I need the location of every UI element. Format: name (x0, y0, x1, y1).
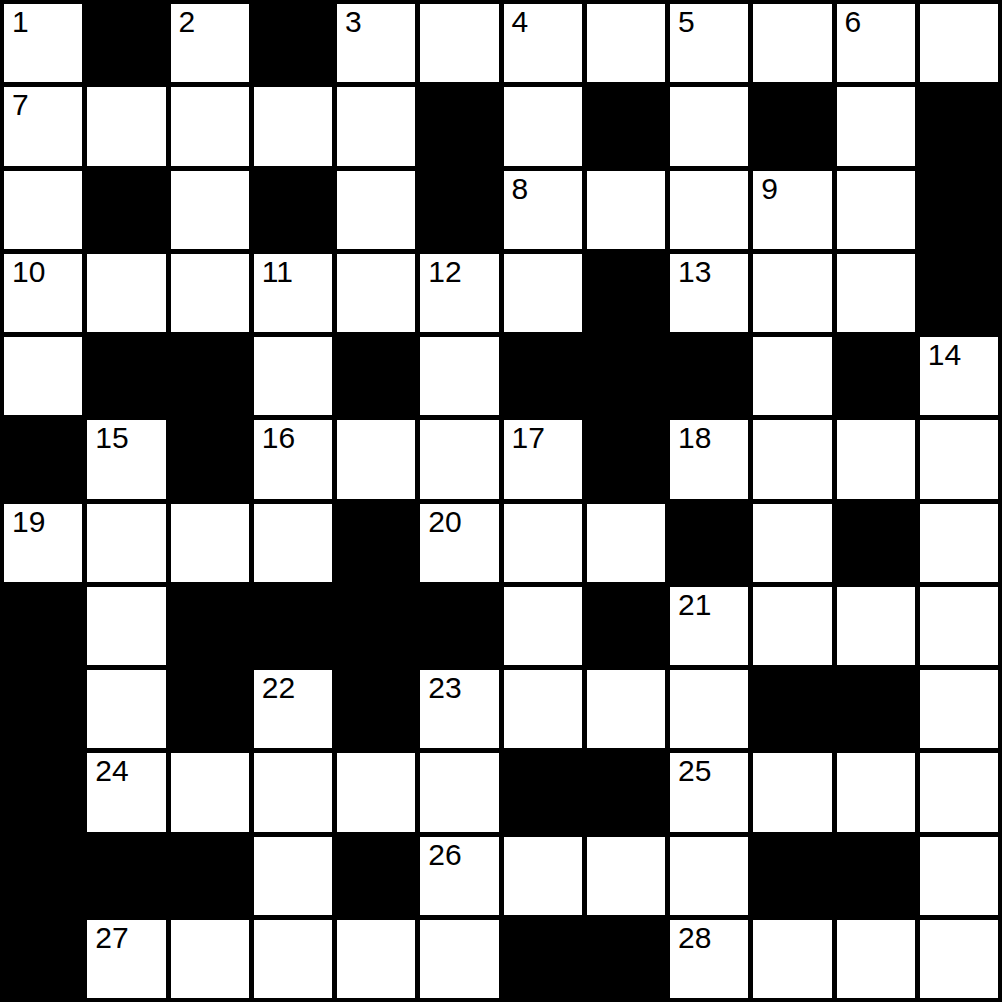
clue-number: 5 (678, 5, 695, 38)
white-cell[interactable] (504, 254, 582, 332)
clue-number: 26 (428, 838, 461, 871)
white-cell[interactable] (4, 171, 82, 249)
clue-number: 1 (12, 5, 29, 38)
white-cell[interactable] (587, 504, 665, 582)
white-cell[interactable] (420, 4, 498, 82)
clue-number: 7 (12, 88, 29, 121)
white-cell[interactable] (920, 670, 998, 748)
black-cell (587, 87, 665, 165)
white-cell[interactable] (504, 837, 582, 915)
clue-number: 10 (12, 255, 45, 288)
black-cell (254, 171, 332, 249)
black-cell (171, 670, 249, 748)
clue-number: 18 (678, 421, 711, 454)
white-cell[interactable] (87, 670, 165, 748)
white-cell[interactable] (254, 504, 332, 582)
white-cell[interactable] (920, 587, 998, 665)
white-cell[interactable] (753, 420, 831, 498)
white-cell[interactable] (920, 837, 998, 915)
white-cell[interactable] (420, 337, 498, 415)
black-cell (587, 337, 665, 415)
white-cell[interactable] (171, 254, 249, 332)
clue-number: 27 (95, 921, 128, 954)
white-cell[interactable] (670, 171, 748, 249)
black-cell (87, 337, 165, 415)
white-cell[interactable] (920, 504, 998, 582)
white-cell[interactable] (837, 254, 915, 332)
white-cell[interactable]: 10 (4, 254, 82, 332)
white-cell[interactable] (753, 504, 831, 582)
white-cell[interactable]: 14 (920, 337, 998, 415)
white-cell[interactable] (504, 670, 582, 748)
clue-number: 21 (678, 588, 711, 621)
black-cell (420, 87, 498, 165)
black-cell (337, 837, 415, 915)
white-cell[interactable]: 8 (504, 171, 582, 249)
white-cell[interactable]: 24 (87, 753, 165, 831)
clue-number: 14 (928, 338, 961, 371)
clue-number: 4 (512, 5, 529, 38)
white-cell[interactable] (171, 920, 249, 998)
clue-number: 11 (262, 255, 293, 288)
black-cell (171, 587, 249, 665)
white-cell[interactable] (587, 171, 665, 249)
black-cell (337, 504, 415, 582)
black-cell (4, 920, 82, 998)
black-cell (837, 670, 915, 748)
white-cell[interactable]: 6 (837, 4, 915, 82)
black-cell (920, 87, 998, 165)
black-cell (753, 87, 831, 165)
black-cell (337, 337, 415, 415)
white-cell[interactable] (920, 920, 998, 998)
white-cell[interactable]: 11 (254, 254, 332, 332)
white-cell[interactable] (337, 420, 415, 498)
clue-number: 15 (95, 421, 128, 454)
clue-number: 17 (512, 421, 545, 454)
white-cell[interactable]: 21 (670, 587, 748, 665)
clue-number: 9 (761, 172, 778, 205)
white-cell[interactable] (171, 504, 249, 582)
black-cell (87, 837, 165, 915)
white-cell[interactable] (254, 87, 332, 165)
white-cell[interactable] (87, 587, 165, 665)
white-cell[interactable] (837, 171, 915, 249)
white-cell[interactable] (587, 4, 665, 82)
white-cell[interactable]: 19 (4, 504, 82, 582)
black-cell (587, 920, 665, 998)
white-cell[interactable] (837, 753, 915, 831)
white-cell[interactable]: 20 (420, 504, 498, 582)
white-cell[interactable]: 12 (420, 254, 498, 332)
white-cell[interactable]: 26 (420, 837, 498, 915)
black-cell (837, 504, 915, 582)
white-cell[interactable]: 22 (254, 670, 332, 748)
white-cell[interactable]: 7 (4, 87, 82, 165)
white-cell[interactable] (920, 753, 998, 831)
clue-number: 22 (262, 671, 295, 704)
black-cell (87, 4, 165, 82)
white-cell[interactable] (171, 87, 249, 165)
white-cell[interactable]: 2 (171, 4, 249, 82)
black-cell (670, 504, 748, 582)
white-cell[interactable]: 25 (670, 753, 748, 831)
white-cell[interactable] (420, 920, 498, 998)
white-cell[interactable] (254, 337, 332, 415)
white-cell[interactable] (670, 670, 748, 748)
white-cell[interactable] (337, 87, 415, 165)
white-cell[interactable] (587, 670, 665, 748)
black-cell (504, 753, 582, 831)
black-cell (753, 837, 831, 915)
white-cell[interactable]: 28 (670, 920, 748, 998)
clue-number: 12 (428, 255, 461, 288)
white-cell[interactable] (420, 420, 498, 498)
white-cell[interactable] (254, 753, 332, 831)
clue-number: 16 (262, 421, 295, 454)
white-cell[interactable] (171, 753, 249, 831)
black-cell (587, 254, 665, 332)
white-cell[interactable] (504, 504, 582, 582)
white-cell[interactable] (753, 337, 831, 415)
black-cell (587, 420, 665, 498)
clue-number: 19 (12, 505, 45, 538)
white-cell[interactable] (420, 753, 498, 831)
clue-number: 20 (428, 505, 461, 538)
black-cell (171, 337, 249, 415)
white-cell[interactable] (753, 4, 831, 82)
white-cell[interactable]: 13 (670, 254, 748, 332)
black-cell (420, 171, 498, 249)
white-cell[interactable] (753, 254, 831, 332)
white-cell[interactable] (753, 753, 831, 831)
white-cell[interactable]: 4 (504, 4, 582, 82)
clue-number: 3 (345, 5, 362, 38)
white-cell[interactable] (171, 171, 249, 249)
black-cell (337, 670, 415, 748)
black-cell (87, 171, 165, 249)
white-cell[interactable] (254, 837, 332, 915)
black-cell (920, 254, 998, 332)
white-cell[interactable] (837, 420, 915, 498)
white-cell[interactable] (337, 254, 415, 332)
white-cell[interactable]: 17 (504, 420, 582, 498)
black-cell (670, 337, 748, 415)
black-cell (420, 587, 498, 665)
crossword-grid: 1234567891011121314151617181920212223242… (0, 0, 1002, 1002)
black-cell (587, 587, 665, 665)
black-cell (4, 837, 82, 915)
white-cell[interactable] (587, 837, 665, 915)
clue-number: 28 (678, 921, 711, 954)
white-cell[interactable] (87, 504, 165, 582)
clue-number: 2 (179, 5, 196, 38)
white-cell[interactable] (837, 920, 915, 998)
white-cell[interactable] (87, 254, 165, 332)
black-cell (254, 587, 332, 665)
black-cell (837, 337, 915, 415)
white-cell[interactable] (670, 87, 748, 165)
white-cell[interactable]: 27 (87, 920, 165, 998)
white-cell[interactable]: 15 (87, 420, 165, 498)
black-cell (4, 670, 82, 748)
clue-number: 13 (678, 255, 711, 288)
white-cell[interactable]: 3 (337, 4, 415, 82)
white-cell[interactable] (337, 920, 415, 998)
white-cell[interactable] (337, 171, 415, 249)
black-cell (4, 753, 82, 831)
black-cell (4, 587, 82, 665)
black-cell (753, 670, 831, 748)
white-cell[interactable] (670, 837, 748, 915)
white-cell[interactable] (920, 420, 998, 498)
white-cell[interactable]: 23 (420, 670, 498, 748)
white-cell[interactable] (504, 87, 582, 165)
clue-number: 8 (512, 172, 529, 205)
white-cell[interactable]: 1 (4, 4, 82, 82)
white-cell[interactable]: 5 (670, 4, 748, 82)
black-cell (504, 337, 582, 415)
white-cell[interactable]: 9 (753, 171, 831, 249)
clue-number: 6 (845, 5, 862, 38)
white-cell[interactable] (837, 87, 915, 165)
white-cell[interactable] (837, 587, 915, 665)
black-cell (920, 171, 998, 249)
black-cell (171, 837, 249, 915)
black-cell (337, 587, 415, 665)
black-cell (171, 420, 249, 498)
white-cell[interactable] (254, 920, 332, 998)
white-cell[interactable] (4, 337, 82, 415)
white-cell[interactable] (504, 587, 582, 665)
white-cell[interactable]: 18 (670, 420, 748, 498)
clue-number: 24 (95, 754, 128, 787)
black-cell (837, 837, 915, 915)
white-cell[interactable] (337, 753, 415, 831)
clue-number: 25 (678, 754, 711, 787)
white-cell[interactable]: 16 (254, 420, 332, 498)
black-cell (254, 4, 332, 82)
black-cell (587, 753, 665, 831)
black-cell (504, 920, 582, 998)
white-cell[interactable] (920, 4, 998, 82)
clue-number: 23 (428, 671, 461, 704)
white-cell[interactable] (753, 587, 831, 665)
black-cell (4, 420, 82, 498)
white-cell[interactable] (87, 87, 165, 165)
white-cell[interactable] (753, 920, 831, 998)
